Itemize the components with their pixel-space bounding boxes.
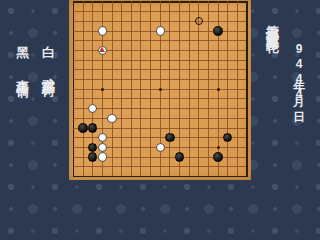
grid-line-vertical bbox=[198, 1, 199, 177]
grid-line-horizontal bbox=[73, 166, 248, 167]
grid-line-vertical bbox=[189, 1, 190, 177]
grid-line-vertical bbox=[227, 1, 228, 177]
white-player-name: 武宫正树 bbox=[39, 67, 57, 75]
event-name: 第七届富士通杯第二轮 bbox=[263, 14, 281, 32]
black-player-label: 黑 bbox=[13, 36, 31, 38]
black-stone bbox=[165, 133, 174, 142]
grid-line-horizontal bbox=[73, 118, 248, 119]
white-stone bbox=[156, 26, 165, 35]
white-stone bbox=[98, 143, 107, 152]
star-point bbox=[159, 88, 162, 91]
white-stone bbox=[98, 152, 107, 161]
star-point bbox=[217, 146, 220, 149]
black-stone bbox=[213, 152, 222, 161]
black-stone bbox=[88, 152, 97, 161]
grid-line-vertical bbox=[237, 1, 238, 177]
black-stone bbox=[88, 123, 97, 132]
event-date: 94年4月4日 bbox=[290, 42, 307, 102]
star-point bbox=[217, 88, 220, 91]
star-point bbox=[101, 88, 104, 91]
black-stone bbox=[223, 133, 232, 142]
black-stone bbox=[78, 123, 87, 132]
triangle-marker bbox=[99, 47, 105, 52]
circle-marker bbox=[195, 17, 203, 25]
white-stone bbox=[98, 26, 107, 35]
white-stone bbox=[98, 133, 107, 142]
white-stone bbox=[156, 143, 165, 152]
grid-line-vertical bbox=[179, 1, 180, 177]
grid-line-vertical bbox=[169, 1, 170, 177]
grid-line-horizontal bbox=[73, 128, 248, 129]
black-player-name: 李昌镐 bbox=[13, 69, 31, 75]
go-board bbox=[69, 0, 251, 180]
white-player-label: 白 bbox=[39, 36, 57, 38]
grid-line-vertical bbox=[208, 1, 209, 177]
black-stone bbox=[88, 143, 97, 152]
white-stone bbox=[88, 104, 97, 113]
video-frame: { "game": "go", "players": { "white_labe… bbox=[0, 0, 320, 180]
black-stone bbox=[213, 26, 222, 35]
grid-line-horizontal bbox=[73, 98, 248, 99]
white-stone bbox=[107, 114, 116, 123]
grid-line-horizontal bbox=[73, 176, 248, 178]
grid-line-horizontal bbox=[73, 108, 248, 109]
black-stone bbox=[175, 152, 184, 161]
grid-line-vertical bbox=[246, 1, 248, 177]
